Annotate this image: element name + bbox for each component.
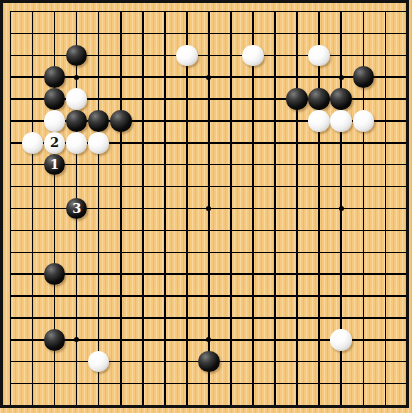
- board-cell[interactable]: [132, 241, 154, 263]
- board-cell[interactable]: [286, 44, 308, 66]
- board-cell[interactable]: [330, 1, 352, 23]
- board-cell[interactable]: [132, 198, 154, 220]
- board-cell[interactable]: [44, 66, 66, 88]
- board-cell[interactable]: [88, 329, 110, 351]
- board-cell[interactable]: [330, 22, 352, 44]
- board-cell[interactable]: [66, 22, 88, 44]
- board-cell[interactable]: [308, 219, 330, 241]
- board-cell[interactable]: [242, 22, 264, 44]
- board-cell[interactable]: [220, 285, 242, 307]
- board-cell[interactable]: [176, 1, 198, 23]
- board-cell[interactable]: [154, 263, 176, 285]
- board-cell[interactable]: [198, 307, 220, 329]
- board-cell[interactable]: [264, 307, 286, 329]
- board-cell[interactable]: [154, 198, 176, 220]
- board-cell[interactable]: [264, 351, 286, 373]
- board-cell[interactable]: [132, 66, 154, 88]
- board-cell[interactable]: [132, 132, 154, 154]
- board-cell[interactable]: [66, 395, 88, 413]
- board-cell[interactable]: [0, 44, 22, 66]
- board-cell[interactable]: [110, 22, 132, 44]
- board-cell[interactable]: [88, 219, 110, 241]
- board-cell[interactable]: [220, 66, 242, 88]
- board-cell[interactable]: [242, 329, 264, 351]
- board-cell[interactable]: [308, 307, 330, 329]
- board-cell[interactable]: [66, 373, 88, 395]
- board-cell[interactable]: [154, 285, 176, 307]
- board-cell[interactable]: [242, 351, 264, 373]
- board-cell[interactable]: [264, 22, 286, 44]
- board-cell[interactable]: [110, 329, 132, 351]
- board-cell[interactable]: [66, 44, 88, 66]
- board-cell[interactable]: [198, 351, 220, 373]
- board-cell[interactable]: [66, 329, 88, 351]
- board-cell[interactable]: [308, 154, 330, 176]
- board-cell[interactable]: [374, 1, 396, 23]
- board-cell[interactable]: [154, 88, 176, 110]
- board-cell[interactable]: [286, 154, 308, 176]
- board-cell[interactable]: [22, 198, 44, 220]
- board-cell[interactable]: [198, 329, 220, 351]
- board-cell[interactable]: [110, 373, 132, 395]
- board-cell[interactable]: [66, 307, 88, 329]
- board-cell[interactable]: [264, 132, 286, 154]
- board-cell[interactable]: [66, 110, 88, 132]
- board-cell[interactable]: [396, 176, 412, 198]
- board-cell[interactable]: [110, 1, 132, 23]
- board-cell[interactable]: [176, 176, 198, 198]
- board-cell[interactable]: [44, 263, 66, 285]
- board-cell[interactable]: [242, 66, 264, 88]
- board-cell[interactable]: [352, 132, 374, 154]
- board-cell[interactable]: [198, 154, 220, 176]
- board-cell[interactable]: [286, 241, 308, 263]
- board-cell[interactable]: [264, 329, 286, 351]
- board-cell[interactable]: [176, 241, 198, 263]
- board-cell[interactable]: [308, 110, 330, 132]
- board-cell[interactable]: [0, 132, 22, 154]
- board-cell[interactable]: [308, 1, 330, 23]
- board-cell[interactable]: [330, 88, 352, 110]
- board-cell[interactable]: [264, 88, 286, 110]
- board-cell[interactable]: [88, 132, 110, 154]
- board-cell[interactable]: [154, 307, 176, 329]
- board-cell[interactable]: [396, 219, 412, 241]
- board-cell[interactable]: [198, 176, 220, 198]
- board-cell[interactable]: [66, 88, 88, 110]
- board-cell[interactable]: [396, 88, 412, 110]
- board-cell[interactable]: [110, 176, 132, 198]
- board-cell[interactable]: [154, 176, 176, 198]
- board-cell[interactable]: [176, 110, 198, 132]
- board-cell[interactable]: [286, 285, 308, 307]
- board-cell[interactable]: [374, 395, 396, 413]
- board-cell[interactable]: [110, 307, 132, 329]
- board-cell[interactable]: [396, 329, 412, 351]
- board-cell[interactable]: [132, 373, 154, 395]
- board-cell[interactable]: [0, 22, 22, 44]
- board-cell[interactable]: [308, 373, 330, 395]
- board-cell[interactable]: [242, 263, 264, 285]
- board-cell[interactable]: [396, 373, 412, 395]
- board-cell[interactable]: [352, 88, 374, 110]
- board-cell[interactable]: [330, 44, 352, 66]
- board-cell[interactable]: [44, 351, 66, 373]
- board-cell[interactable]: [110, 132, 132, 154]
- board-cell[interactable]: [308, 66, 330, 88]
- board-cell[interactable]: [88, 176, 110, 198]
- board-cell[interactable]: [264, 263, 286, 285]
- board-cell[interactable]: [132, 351, 154, 373]
- board-cell[interactable]: [0, 219, 22, 241]
- board-cell[interactable]: [308, 88, 330, 110]
- board-cell[interactable]: [132, 285, 154, 307]
- board-cell[interactable]: [88, 110, 110, 132]
- board-cell[interactable]: [330, 307, 352, 329]
- board-cell[interactable]: [220, 176, 242, 198]
- board-cell[interactable]: [308, 132, 330, 154]
- board-cell[interactable]: [396, 132, 412, 154]
- board-cell[interactable]: [220, 373, 242, 395]
- board-cell[interactable]: [154, 241, 176, 263]
- board-cell[interactable]: [44, 198, 66, 220]
- board-cell[interactable]: [176, 132, 198, 154]
- board-cell[interactable]: [110, 198, 132, 220]
- board-cell[interactable]: [374, 66, 396, 88]
- board-cell[interactable]: [0, 241, 22, 263]
- board-cell[interactable]: [154, 351, 176, 373]
- board-cell[interactable]: [242, 285, 264, 307]
- board-cell[interactable]: [154, 329, 176, 351]
- board-cell[interactable]: [44, 1, 66, 23]
- board-cell[interactable]: [22, 307, 44, 329]
- board-cell[interactable]: [286, 198, 308, 220]
- board-cell[interactable]: [330, 329, 352, 351]
- board-cell[interactable]: [374, 132, 396, 154]
- board-cell[interactable]: [22, 110, 44, 132]
- board-cell[interactable]: [44, 307, 66, 329]
- board-cell[interactable]: [330, 285, 352, 307]
- board-cell[interactable]: [154, 44, 176, 66]
- board-cell[interactable]: [286, 88, 308, 110]
- board-cell[interactable]: [352, 285, 374, 307]
- board-cell[interactable]: [264, 373, 286, 395]
- board-cell[interactable]: [374, 263, 396, 285]
- board-cell[interactable]: [308, 198, 330, 220]
- board-cell[interactable]: [374, 110, 396, 132]
- board-cell[interactable]: [264, 285, 286, 307]
- board-cell[interactable]: [198, 110, 220, 132]
- board-cell[interactable]: [286, 373, 308, 395]
- board-cell[interactable]: [22, 1, 44, 23]
- board-cell[interactable]: [396, 1, 412, 23]
- board-cell[interactable]: [396, 307, 412, 329]
- board-cell[interactable]: [88, 88, 110, 110]
- board-cell[interactable]: [198, 219, 220, 241]
- board-cell[interactable]: [88, 263, 110, 285]
- board-cell[interactable]: [264, 198, 286, 220]
- board-cell[interactable]: [132, 176, 154, 198]
- board-cell[interactable]: [110, 395, 132, 413]
- board-cell[interactable]: [154, 373, 176, 395]
- board-cell[interactable]: [396, 263, 412, 285]
- board-cell[interactable]: [352, 241, 374, 263]
- board-cell[interactable]: [374, 154, 396, 176]
- board-cell[interactable]: [22, 241, 44, 263]
- board-cell[interactable]: [0, 329, 22, 351]
- board-cell[interactable]: [396, 241, 412, 263]
- board-cell[interactable]: [352, 66, 374, 88]
- board-cell[interactable]: [264, 110, 286, 132]
- board-cell[interactable]: [22, 329, 44, 351]
- board-cell[interactable]: [22, 351, 44, 373]
- board-cell[interactable]: [110, 263, 132, 285]
- board-cell[interactable]: [110, 241, 132, 263]
- board-cell[interactable]: [66, 154, 88, 176]
- board-cell[interactable]: [22, 154, 44, 176]
- board-cell[interactable]: [352, 263, 374, 285]
- board-cell[interactable]: [154, 154, 176, 176]
- board-cell[interactable]: [22, 176, 44, 198]
- board-cell[interactable]: [220, 88, 242, 110]
- board-cell[interactable]: [220, 219, 242, 241]
- board-cell[interactable]: [286, 307, 308, 329]
- board-cell[interactable]: [198, 132, 220, 154]
- board-cell[interactable]: [286, 176, 308, 198]
- board-cell[interactable]: [220, 351, 242, 373]
- board-cell[interactable]: [308, 263, 330, 285]
- board-cell[interactable]: [374, 285, 396, 307]
- board-cell[interactable]: [66, 285, 88, 307]
- board-cell[interactable]: [396, 154, 412, 176]
- board-cell[interactable]: [396, 44, 412, 66]
- board-cell[interactable]: [22, 88, 44, 110]
- board-cell[interactable]: [176, 351, 198, 373]
- board-cell[interactable]: [308, 351, 330, 373]
- board-cell[interactable]: [220, 1, 242, 23]
- board-cell[interactable]: [132, 154, 154, 176]
- board-cell[interactable]: [374, 22, 396, 44]
- board-cell[interactable]: [198, 285, 220, 307]
- board-cell[interactable]: [88, 44, 110, 66]
- board-cell[interactable]: [44, 241, 66, 263]
- board-cell[interactable]: [110, 351, 132, 373]
- board-cell[interactable]: [110, 88, 132, 110]
- board-cell[interactable]: [132, 88, 154, 110]
- board-cell[interactable]: [44, 373, 66, 395]
- board-cell[interactable]: [330, 351, 352, 373]
- board-cell[interactable]: [176, 198, 198, 220]
- board-cell[interactable]: [110, 44, 132, 66]
- board-cell[interactable]: [110, 154, 132, 176]
- board-cell[interactable]: [88, 351, 110, 373]
- board-cell[interactable]: [330, 198, 352, 220]
- board-cell[interactable]: [22, 219, 44, 241]
- board-cell[interactable]: [308, 285, 330, 307]
- board-cell[interactable]: [66, 351, 88, 373]
- board-cell[interactable]: [220, 395, 242, 413]
- board-cell[interactable]: [242, 88, 264, 110]
- board-cell[interactable]: [110, 66, 132, 88]
- board-cell[interactable]: [198, 22, 220, 44]
- board-cell[interactable]: [286, 329, 308, 351]
- board-cell[interactable]: [44, 329, 66, 351]
- board-cell[interactable]: [330, 154, 352, 176]
- board-cell[interactable]: [44, 44, 66, 66]
- board-cell[interactable]: [176, 154, 198, 176]
- board-cell[interactable]: [176, 219, 198, 241]
- board-cell[interactable]: [154, 22, 176, 44]
- board-cell[interactable]: [308, 329, 330, 351]
- board-cell[interactable]: [396, 198, 412, 220]
- board-cell[interactable]: [374, 241, 396, 263]
- board-cell[interactable]: [0, 373, 22, 395]
- board-cell[interactable]: [330, 263, 352, 285]
- board-cell[interactable]: [132, 329, 154, 351]
- board-cell[interactable]: [66, 176, 88, 198]
- board-cell[interactable]: [176, 373, 198, 395]
- board-cell[interactable]: [330, 66, 352, 88]
- board-cell[interactable]: [22, 373, 44, 395]
- board-cell[interactable]: [0, 198, 22, 220]
- board-cell[interactable]: [154, 132, 176, 154]
- board-cell[interactable]: [88, 241, 110, 263]
- board-cell[interactable]: [176, 88, 198, 110]
- board-cell[interactable]: [352, 176, 374, 198]
- board-cell[interactable]: [352, 219, 374, 241]
- board-cell[interactable]: [88, 154, 110, 176]
- board-cell[interactable]: [374, 373, 396, 395]
- board-cell[interactable]: [22, 66, 44, 88]
- board-cell[interactable]: [374, 198, 396, 220]
- board-cell[interactable]: [44, 110, 66, 132]
- board-cell[interactable]: [132, 219, 154, 241]
- board-cell[interactable]: 3: [66, 198, 88, 220]
- board-cell[interactable]: [0, 351, 22, 373]
- board-cell[interactable]: [88, 22, 110, 44]
- board-cell[interactable]: [132, 22, 154, 44]
- board-cell[interactable]: [220, 132, 242, 154]
- board-cell[interactable]: [264, 66, 286, 88]
- board-cell[interactable]: [264, 219, 286, 241]
- board-cell[interactable]: [264, 1, 286, 23]
- board-cell[interactable]: [88, 395, 110, 413]
- board-cell[interactable]: [374, 307, 396, 329]
- board-cell[interactable]: [242, 241, 264, 263]
- board-cell[interactable]: [286, 132, 308, 154]
- board-cell[interactable]: [308, 22, 330, 44]
- board-cell[interactable]: [374, 44, 396, 66]
- board-cell[interactable]: [242, 219, 264, 241]
- board-cell[interactable]: [242, 307, 264, 329]
- board-cell[interactable]: [242, 373, 264, 395]
- board-cell[interactable]: [198, 198, 220, 220]
- board-cell[interactable]: [176, 263, 198, 285]
- board-cell[interactable]: [308, 241, 330, 263]
- board-cell[interactable]: [198, 373, 220, 395]
- board-cell[interactable]: [44, 88, 66, 110]
- board-cell[interactable]: [176, 66, 198, 88]
- board-cell[interactable]: [242, 154, 264, 176]
- board-cell[interactable]: [66, 241, 88, 263]
- board-cell[interactable]: [264, 395, 286, 413]
- board-cell[interactable]: [198, 263, 220, 285]
- board-cell[interactable]: [396, 285, 412, 307]
- board-cell[interactable]: [330, 132, 352, 154]
- board-cell[interactable]: [22, 285, 44, 307]
- board-cell[interactable]: [396, 110, 412, 132]
- board-cell[interactable]: [66, 1, 88, 23]
- board-cell[interactable]: [176, 395, 198, 413]
- board-cell[interactable]: [132, 44, 154, 66]
- board-cell[interactable]: [88, 285, 110, 307]
- board-cell[interactable]: [330, 176, 352, 198]
- board-cell[interactable]: [352, 22, 374, 44]
- board-cell[interactable]: [352, 1, 374, 23]
- board-cell[interactable]: [0, 307, 22, 329]
- board-cell[interactable]: [396, 351, 412, 373]
- board-cell[interactable]: [330, 373, 352, 395]
- board-cell[interactable]: [88, 373, 110, 395]
- board-cell[interactable]: [132, 1, 154, 23]
- board-cell[interactable]: [352, 110, 374, 132]
- board-cell[interactable]: [264, 176, 286, 198]
- board-cell[interactable]: [286, 395, 308, 413]
- board-cell[interactable]: [330, 219, 352, 241]
- board-cell[interactable]: [286, 66, 308, 88]
- board-cell[interactable]: [264, 154, 286, 176]
- board-cell[interactable]: [352, 329, 374, 351]
- board-cell[interactable]: [330, 241, 352, 263]
- board-cell[interactable]: [330, 110, 352, 132]
- board-cell[interactable]: [242, 1, 264, 23]
- board-cell[interactable]: [44, 176, 66, 198]
- board-cell[interactable]: [176, 329, 198, 351]
- board-cell[interactable]: [352, 44, 374, 66]
- board-cell[interactable]: [44, 285, 66, 307]
- board-cell[interactable]: [132, 110, 154, 132]
- board-cell[interactable]: [242, 395, 264, 413]
- board-cell[interactable]: [220, 198, 242, 220]
- board-cell[interactable]: [88, 66, 110, 88]
- board-cell[interactable]: [374, 176, 396, 198]
- board-cell[interactable]: [308, 176, 330, 198]
- board-cell[interactable]: [154, 219, 176, 241]
- board-cell[interactable]: [352, 351, 374, 373]
- board-cell[interactable]: [374, 351, 396, 373]
- board-cell[interactable]: [44, 219, 66, 241]
- board-cell[interactable]: [352, 307, 374, 329]
- board-cell[interactable]: [352, 373, 374, 395]
- board-cell[interactable]: [110, 285, 132, 307]
- board-cell[interactable]: [220, 329, 242, 351]
- board-cell[interactable]: [44, 22, 66, 44]
- board-cell[interactable]: [374, 329, 396, 351]
- board-cell[interactable]: [286, 110, 308, 132]
- board-cell[interactable]: [198, 395, 220, 413]
- board-cell[interactable]: [154, 110, 176, 132]
- board-cell[interactable]: [66, 219, 88, 241]
- board-cell[interactable]: [220, 307, 242, 329]
- board-cell[interactable]: [22, 263, 44, 285]
- board-cell[interactable]: [0, 176, 22, 198]
- board-cell[interactable]: [220, 44, 242, 66]
- board-cell[interactable]: 1: [44, 154, 66, 176]
- board-cell[interactable]: [286, 1, 308, 23]
- board-cell[interactable]: [88, 307, 110, 329]
- board-cell[interactable]: [220, 110, 242, 132]
- board-cell[interactable]: [286, 219, 308, 241]
